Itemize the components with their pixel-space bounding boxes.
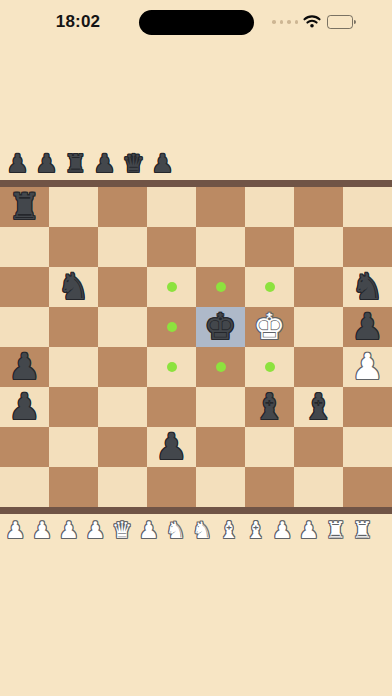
white-king[interactable]: ♚ [253,307,285,347]
captured-black-pieces-tray: ♟♟♜♟♛♟ [3,149,177,179]
cellular-signal-icon [272,20,298,24]
clock-time: 18:02 [0,12,156,32]
square-a4[interactable]: ♟ [0,347,49,387]
board-frame-bottom [0,507,392,514]
square-d4[interactable] [147,347,196,387]
captured-black-queen: ♛ [119,149,148,179]
captured-white-knight: ♞ [189,515,216,545]
white-pawn[interactable]: ♟ [351,347,383,387]
square-f2[interactable] [245,427,294,467]
square-e8[interactable] [196,187,245,227]
square-g4[interactable] [294,347,343,387]
move-hint-dot-d5[interactable] [167,322,177,332]
captured-white-queen: ♛ [109,515,136,545]
square-h3[interactable] [343,387,392,427]
square-f3[interactable]: ♝ [245,387,294,427]
dynamic-island [139,10,254,35]
wifi-icon [303,14,321,32]
move-hint-dot-d6[interactable] [167,282,177,292]
square-e3[interactable] [196,387,245,427]
square-e2[interactable] [196,427,245,467]
square-h4[interactable]: ♟ [343,347,392,387]
captured-white-rook: ♜ [322,515,349,545]
square-g2[interactable] [294,427,343,467]
move-hint-dot-e6[interactable] [216,282,226,292]
captured-black-pawn: ♟ [148,149,177,179]
square-c5[interactable] [98,307,147,347]
square-h2[interactable] [343,427,392,467]
square-e7[interactable] [196,227,245,267]
square-a7[interactable] [0,227,49,267]
board-frame-top [0,180,392,187]
square-d8[interactable] [147,187,196,227]
square-f4[interactable] [245,347,294,387]
square-b7[interactable] [49,227,98,267]
move-hint-dot-d4[interactable] [167,362,177,372]
move-hint-dot-e4[interactable] [216,362,226,372]
square-g8[interactable] [294,187,343,227]
square-c1[interactable] [98,467,147,507]
captured-white-knight: ♞ [162,515,189,545]
captured-black-pawn: ♟ [3,149,32,179]
square-e1[interactable] [196,467,245,507]
square-b4[interactable] [49,347,98,387]
captured-white-pawn: ♟ [82,515,109,545]
chess-app-screen: 18:02 ♟♟♜♟♛♟ ♜♞♞♚♚♟♟♟♟♝♝♟ ♟♟♟♟♛♟♞♞♝♝♟♟♜♜ [0,0,392,696]
square-a1[interactable] [0,467,49,507]
black-knight[interactable]: ♞ [351,267,383,307]
square-d3[interactable] [147,387,196,427]
captured-white-pawn: ♟ [296,515,323,545]
square-f1[interactable] [245,467,294,507]
square-b5[interactable] [49,307,98,347]
square-b6[interactable]: ♞ [49,267,98,307]
black-knight[interactable]: ♞ [57,267,89,307]
square-b3[interactable] [49,387,98,427]
square-h5[interactable]: ♟ [343,307,392,347]
square-h8[interactable] [343,187,392,227]
square-f5[interactable]: ♚ [245,307,294,347]
square-c8[interactable] [98,187,147,227]
black-pawn[interactable]: ♟ [351,307,383,347]
square-e5[interactable]: ♚ [196,307,245,347]
square-f8[interactable] [245,187,294,227]
black-pawn[interactable]: ♟ [8,347,40,387]
captured-black-pawn: ♟ [90,149,119,179]
captured-white-pawn: ♟ [269,515,296,545]
square-c3[interactable] [98,387,147,427]
square-a8[interactable]: ♜ [0,187,49,227]
captured-white-pawn: ♟ [55,515,82,545]
square-d1[interactable] [147,467,196,507]
square-c7[interactable] [98,227,147,267]
square-b2[interactable] [49,427,98,467]
square-f6[interactable] [245,267,294,307]
square-d2[interactable]: ♟ [147,427,196,467]
square-g1[interactable] [294,467,343,507]
square-g6[interactable] [294,267,343,307]
square-g5[interactable] [294,307,343,347]
captured-white-pawn: ♟ [2,515,29,545]
black-king[interactable]: ♚ [204,307,236,347]
captured-black-pawn: ♟ [32,149,61,179]
square-c6[interactable] [98,267,147,307]
square-c2[interactable] [98,427,147,467]
square-d6[interactable] [147,267,196,307]
square-e4[interactable] [196,347,245,387]
square-b1[interactable] [49,467,98,507]
black-pawn[interactable]: ♟ [155,427,187,467]
move-hint-dot-f4[interactable] [265,362,275,372]
chess-board: ♜♞♞♚♚♟♟♟♟♝♝♟ [0,187,392,507]
captured-black-rook: ♜ [61,149,90,179]
square-h6[interactable]: ♞ [343,267,392,307]
square-a2[interactable] [0,427,49,467]
square-d5[interactable] [147,307,196,347]
captured-white-bishop: ♝ [216,515,243,545]
square-a3[interactable]: ♟ [0,387,49,427]
captured-white-bishop: ♝ [242,515,269,545]
square-a5[interactable] [0,307,49,347]
square-e6[interactable] [196,267,245,307]
square-g3[interactable]: ♝ [294,387,343,427]
captured-white-pieces-tray: ♟♟♟♟♛♟♞♞♝♝♟♟♜♜ [2,515,376,545]
captured-white-rook: ♜ [349,515,376,545]
square-a6[interactable] [0,267,49,307]
square-c4[interactable] [98,347,147,387]
battery-icon [327,15,356,29]
captured-white-pawn: ♟ [135,515,162,545]
black-bishop[interactable]: ♝ [302,387,334,427]
square-g7[interactable] [294,227,343,267]
move-hint-dot-f6[interactable] [265,282,275,292]
black-pawn[interactable]: ♟ [8,387,40,427]
square-h1[interactable] [343,467,392,507]
black-rook[interactable]: ♜ [8,187,40,227]
square-b8[interactable] [49,187,98,227]
square-f7[interactable] [245,227,294,267]
captured-white-pawn: ♟ [29,515,56,545]
black-bishop[interactable]: ♝ [253,387,285,427]
square-d7[interactable] [147,227,196,267]
square-h7[interactable] [343,227,392,267]
status-bar: 18:02 [0,0,392,44]
